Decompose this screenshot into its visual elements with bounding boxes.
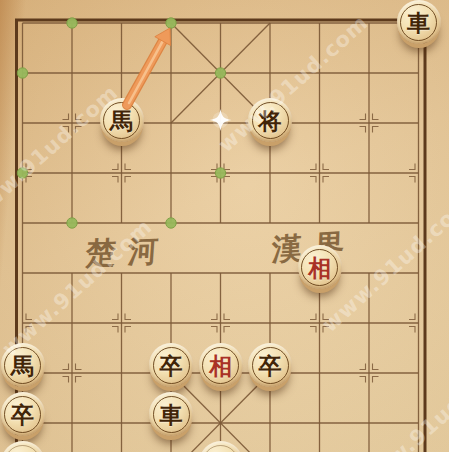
piece-black-将[interactable]: 将 [248,98,292,142]
piece-black-卒[interactable]: 卒 [248,343,292,387]
piece-black-車[interactable]: 車 [397,0,441,44]
piece-red-相[interactable]: 相 [298,245,342,289]
piece-black-馬[interactable]: 馬 [100,98,144,142]
piece-glyph: 馬 [1,343,45,387]
pieces-layer: 車馬将相馬卒相卒卒車 [0,0,449,452]
piece-red-相[interactable]: 相 [199,343,243,387]
piece-glyph: 卒 [149,343,193,387]
piece-glyph [1,441,45,452]
piece-glyph: 馬 [100,98,144,142]
piece-glyph: 相 [298,245,342,289]
piece-glyph: 卒 [248,343,292,387]
piece-glyph: 車 [397,0,441,44]
piece-glyph: 車 [149,392,193,436]
xiangqi-board: 楚河 漢界 車馬将相馬卒相卒卒車 www.91ud.comwww.91ud.co… [0,0,449,452]
piece-black-卒[interactable]: 卒 [149,343,193,387]
piece-glyph: 将 [248,98,292,142]
piece-partial[interactable] [1,441,45,452]
piece-black-馬[interactable]: 馬 [1,343,45,387]
piece-black-車[interactable]: 車 [149,392,193,436]
piece-glyph [199,441,243,452]
piece-black-卒[interactable]: 卒 [1,392,45,436]
piece-partial[interactable] [199,441,243,452]
piece-glyph: 卒 [1,392,45,436]
piece-glyph: 相 [199,343,243,387]
